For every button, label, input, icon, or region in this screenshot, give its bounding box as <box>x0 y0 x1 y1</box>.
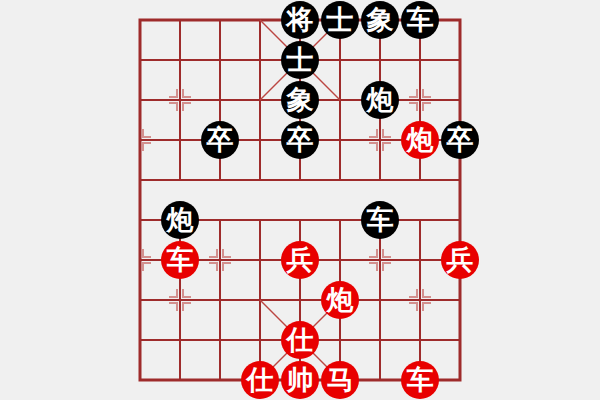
piece-black-advisor[interactable]: 士 <box>321 1 359 39</box>
piece-black-chariot[interactable]: 车 <box>361 201 399 239</box>
piece-black-general[interactable]: 将 <box>281 1 319 39</box>
piece-red-cannon[interactable]: 炮 <box>401 121 439 159</box>
board-point-4-9: 帅 <box>280 360 320 400</box>
board-point-6-0: 象 <box>360 0 400 40</box>
board-point-2-3: 卒 <box>200 120 240 160</box>
board-point-4-1: 士 <box>280 40 320 80</box>
piece-red-advisor[interactable]: 仕 <box>241 361 279 399</box>
piece-red-chariot[interactable]: 车 <box>401 361 439 399</box>
piece-black-soldier[interactable]: 卒 <box>441 121 479 159</box>
board-point-7-0: 车 <box>400 0 440 40</box>
board-point-7-9: 车 <box>400 360 440 400</box>
board-point-5-7: 炮 <box>320 280 360 320</box>
board-point-8-3: 卒 <box>440 120 480 160</box>
piece-red-cannon[interactable]: 炮 <box>321 281 359 319</box>
piece-black-soldier[interactable]: 卒 <box>201 121 239 159</box>
piece-black-chariot[interactable]: 车 <box>401 1 439 39</box>
board-point-1-6: 车 <box>160 240 200 280</box>
xiangqi-game-screen: 将士象车士象炮卒卒炮卒炮车车兵兵炮仕仕帅马车 <box>0 0 600 400</box>
board-point-6-2: 炮 <box>360 80 400 120</box>
piece-red-general[interactable]: 帅 <box>281 361 319 399</box>
board-point-4-0: 将 <box>280 0 320 40</box>
xiangqi-board[interactable]: 将士象车士象炮卒卒炮卒炮车车兵兵炮仕仕帅马车 <box>120 0 480 400</box>
board-point-3-9: 仕 <box>240 360 280 400</box>
board-point-8-6: 兵 <box>440 240 480 280</box>
board-point-7-3: 炮 <box>400 120 440 160</box>
piece-black-cannon[interactable]: 炮 <box>161 201 199 239</box>
board-point-6-5: 车 <box>360 200 400 240</box>
piece-red-chariot[interactable]: 车 <box>161 241 199 279</box>
piece-black-soldier[interactable]: 卒 <box>281 121 319 159</box>
piece-red-advisor[interactable]: 仕 <box>281 321 319 359</box>
piece-black-cannon[interactable]: 炮 <box>361 81 399 119</box>
piece-black-elephant[interactable]: 象 <box>281 81 319 119</box>
board-point-4-3: 卒 <box>280 120 320 160</box>
piece-red-soldier[interactable]: 兵 <box>281 241 319 279</box>
piece-red-horse[interactable]: 马 <box>321 361 359 399</box>
board-point-5-9: 马 <box>320 360 360 400</box>
board-point-4-2: 象 <box>280 80 320 120</box>
piece-black-elephant[interactable]: 象 <box>361 1 399 39</box>
piece-black-advisor[interactable]: 士 <box>281 41 319 79</box>
board-point-4-6: 兵 <box>280 240 320 280</box>
piece-red-soldier[interactable]: 兵 <box>441 241 479 279</box>
board-point-5-0: 士 <box>320 0 360 40</box>
board-point-1-5: 炮 <box>160 200 200 240</box>
board-point-4-8: 仕 <box>280 320 320 360</box>
